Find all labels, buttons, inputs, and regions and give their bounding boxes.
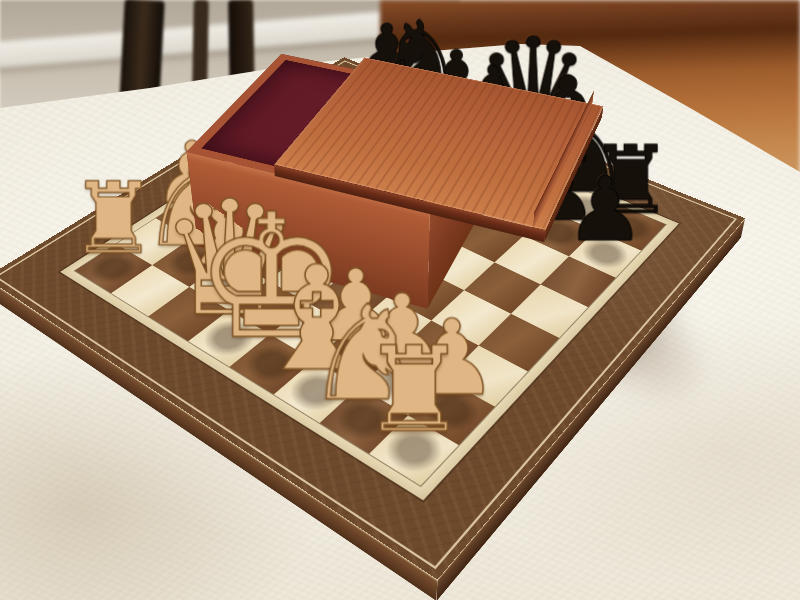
black-pawn-icon: ♟ xyxy=(565,165,644,254)
white-rook-icon: ♜ xyxy=(70,169,158,267)
white-rook-icon: ♜ xyxy=(361,331,467,449)
photo-stage: ♞♜♟♟♟♟♞♝♟♟♟♜♛♚♝♞♜♟♞♟♟♛♝ xyxy=(0,0,800,600)
square-h6 xyxy=(540,256,615,307)
scene-3d: ♞♜♟♟♟♟♞♝♟♟♟♜♛♚♝♞♜♟♞♟♟♛♝ xyxy=(0,0,800,600)
square-h5 xyxy=(511,284,589,338)
board-plane: ♞♜♟♟♟♟♞♝♟♟♟♜♛♚♝♞♜♟♞♟♟♛♝ xyxy=(0,57,745,579)
